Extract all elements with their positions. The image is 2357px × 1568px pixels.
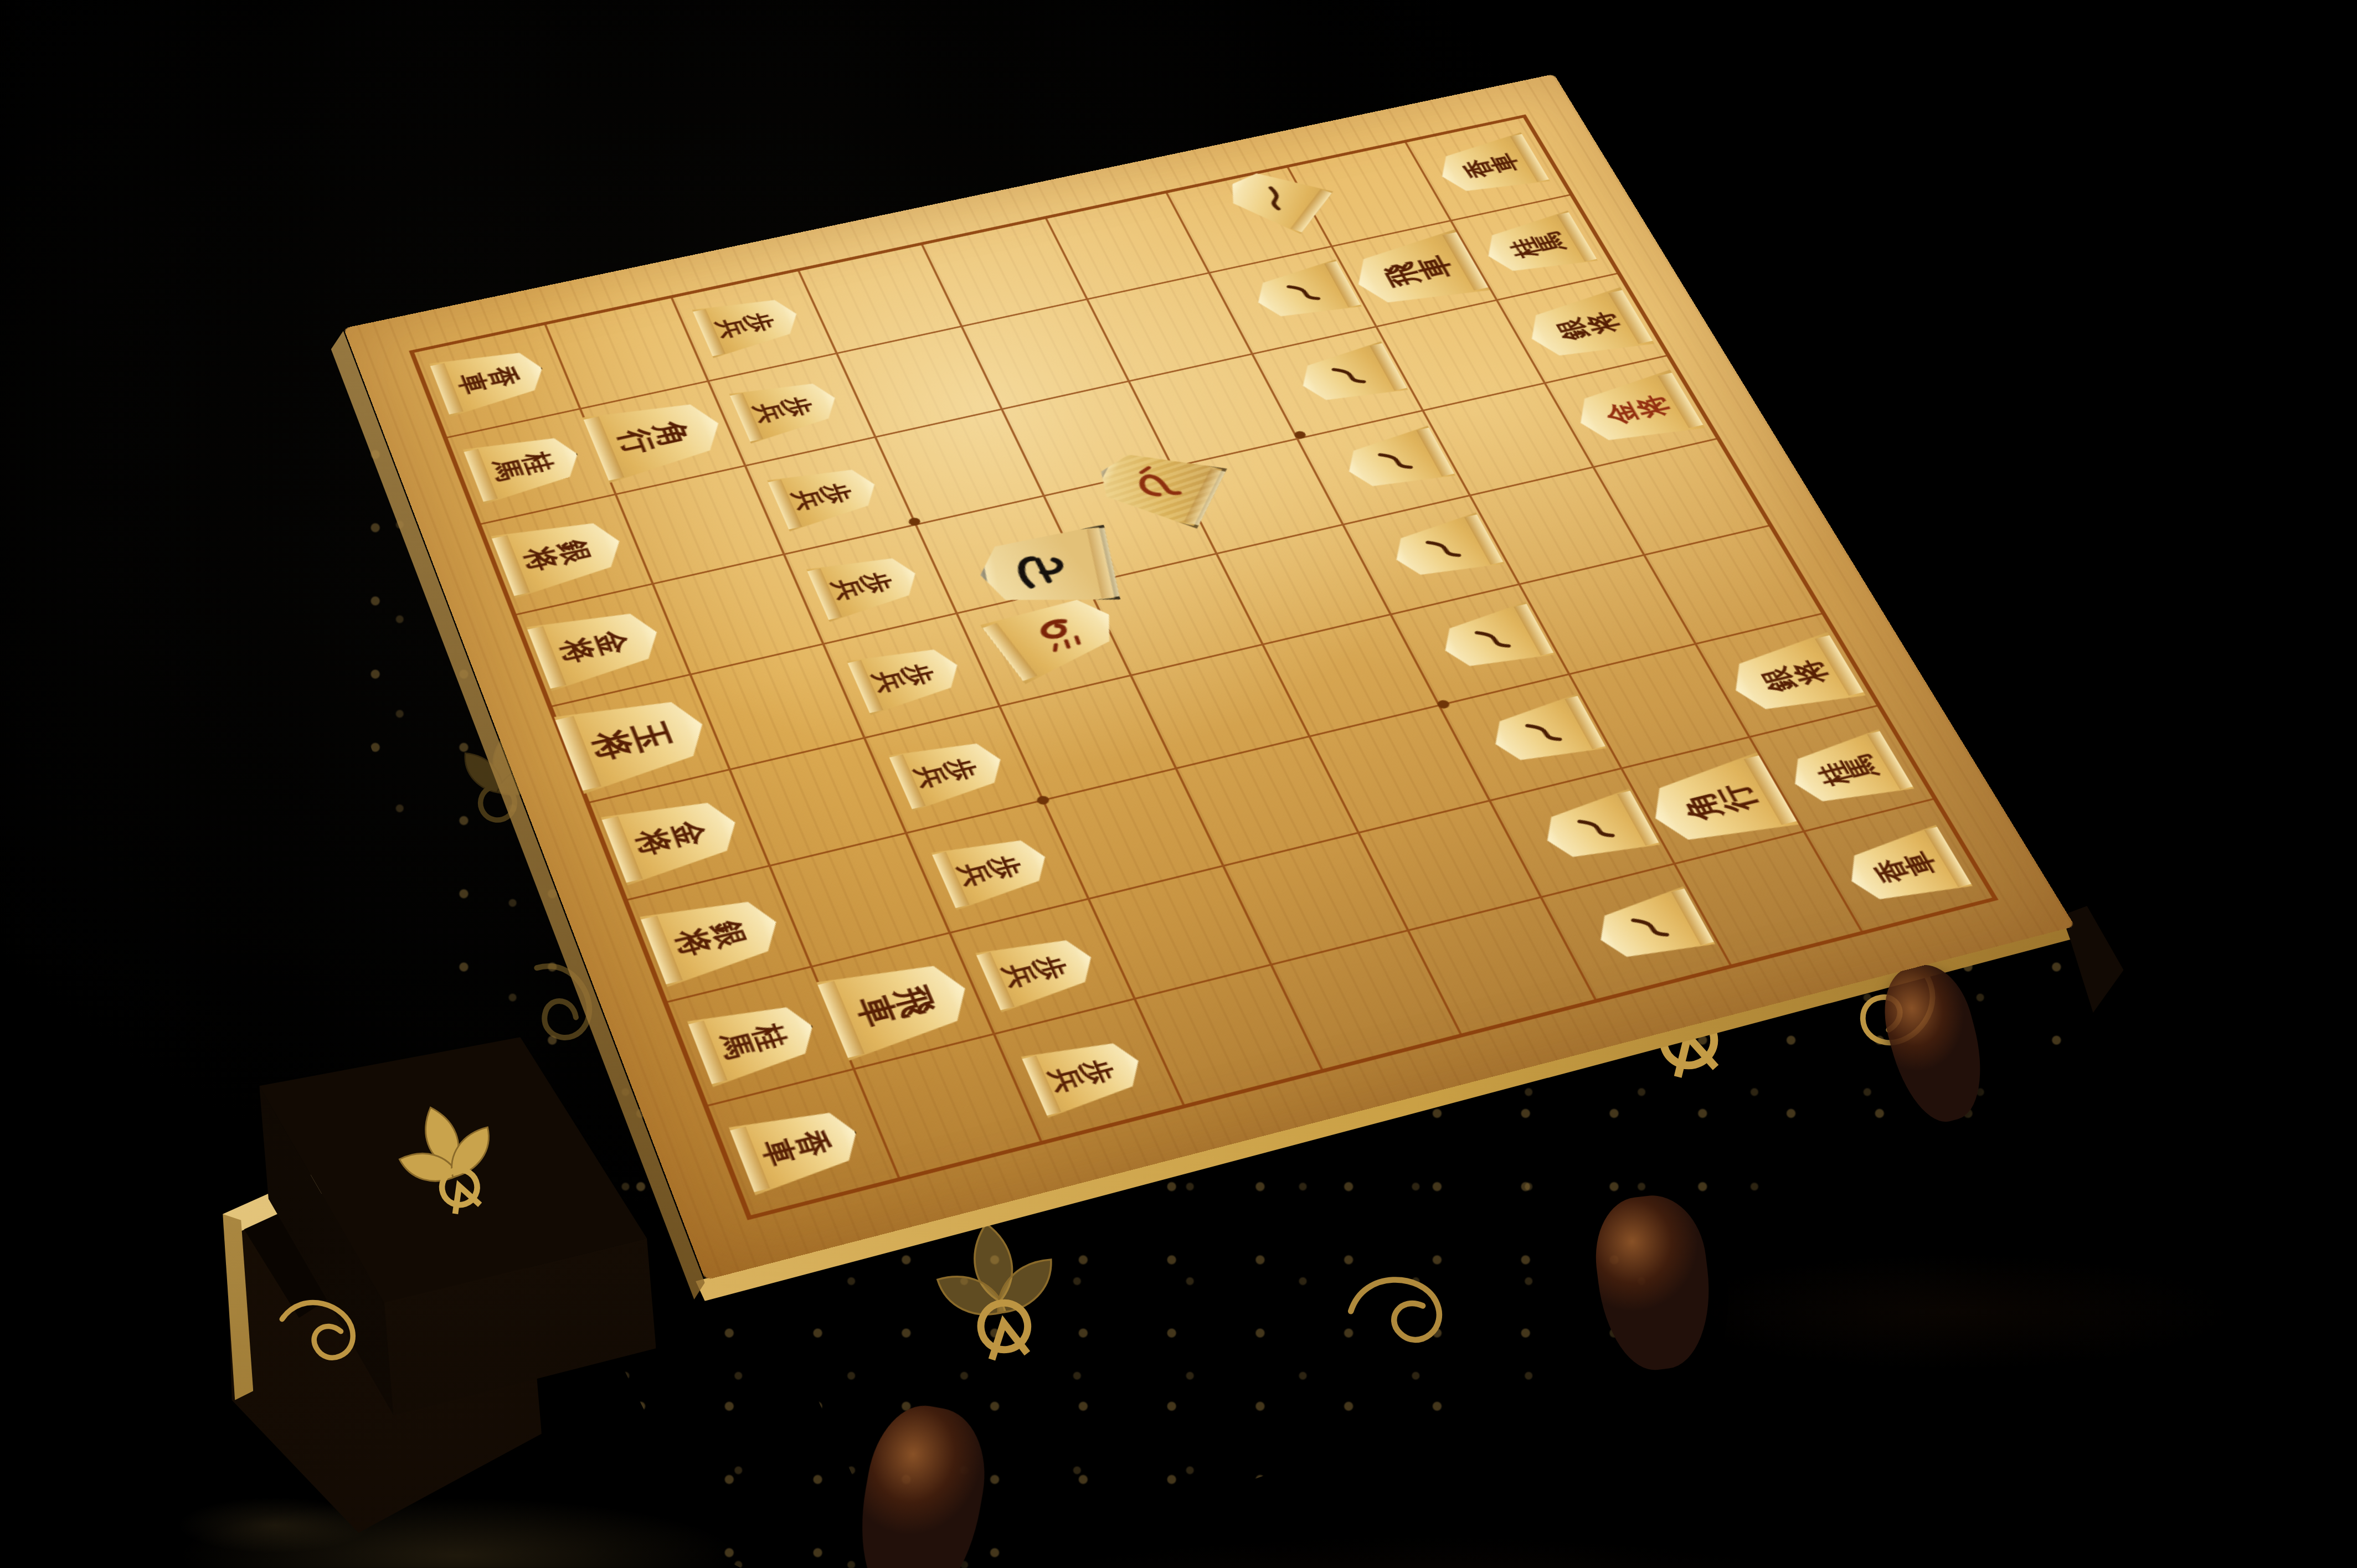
piece-kanji: 角行 bbox=[1677, 781, 1762, 823]
tokin-cursive-mark-icon bbox=[1563, 806, 1629, 850]
piece-kanji: 歩兵 bbox=[913, 755, 981, 790]
piece-kanji: 香車 bbox=[758, 1128, 833, 1168]
tokin-cursive-mark-icon bbox=[1412, 529, 1475, 569]
tokin-cursive-mark-icon bbox=[1365, 441, 1427, 481]
piece-kanji: 飛車 bbox=[852, 983, 939, 1028]
piece-kanji: 角行 bbox=[615, 419, 694, 456]
piece-kanji: 歩兵 bbox=[752, 394, 816, 424]
piece-kanji: 歩兵 bbox=[956, 853, 1026, 888]
piece-kanji: 飛車 bbox=[1380, 253, 1457, 288]
black-cursive-mark-icon bbox=[1005, 543, 1087, 594]
piece-kanji: 香車 bbox=[455, 364, 521, 395]
piece-kanji: 銀将 bbox=[672, 917, 750, 958]
stand-foot bbox=[1589, 1190, 1719, 1376]
piece-kanji: 銀将 bbox=[1757, 657, 1831, 694]
tokin-cursive-mark-icon bbox=[1274, 274, 1334, 311]
tokin-cursive-mark-icon bbox=[1511, 711, 1577, 754]
piece-kanji: 銀将 bbox=[521, 537, 594, 572]
piece-kanji: 桂馬 bbox=[1814, 752, 1885, 787]
piece-kanji: 香車 bbox=[1461, 151, 1525, 179]
piece-kanji: 桂馬 bbox=[1507, 230, 1571, 259]
piece-kanji: 歩兵 bbox=[791, 481, 856, 512]
piece-kanji: 歩兵 bbox=[830, 569, 896, 601]
stand-foot bbox=[1872, 956, 1996, 1131]
tokin-cursive-mark-icon bbox=[1617, 905, 1684, 951]
photo-stage: 香車桂馬銀将金将銀将桂馬香車飛車角行歩兵歩兵歩兵歩兵歩兵歩兵歩兵歩兵歩兵角行飛車… bbox=[0, 0, 2357, 1568]
trefoil-crest-icon bbox=[358, 1071, 545, 1259]
piece-kanji: 金将 bbox=[633, 818, 710, 857]
piece-kanji: 桂馬 bbox=[716, 1022, 790, 1060]
piece-kanji: 桂馬 bbox=[488, 450, 555, 482]
piece-kanji: 銀将 bbox=[1552, 310, 1623, 342]
piece-kanji: 玉将 bbox=[588, 718, 677, 762]
red-kao-mark-icon bbox=[1115, 458, 1198, 512]
stand-foot bbox=[847, 1397, 996, 1568]
vine-swirl-icon bbox=[263, 1267, 409, 1409]
piece-kanji: 金将 bbox=[557, 628, 631, 664]
piece-kanji: 金将 bbox=[1601, 393, 1672, 426]
piece-kanji: 歩兵 bbox=[715, 310, 778, 339]
tokin-cursive-mark-icon bbox=[1318, 357, 1379, 395]
piece-kanji: 歩兵 bbox=[1047, 1056, 1119, 1094]
piece-kanji: 香車 bbox=[1871, 848, 1943, 884]
vine-swirl-icon bbox=[1329, 1239, 1508, 1390]
tokin-cursive-mark-icon bbox=[1244, 179, 1305, 218]
piece-kanji: 歩兵 bbox=[1001, 953, 1072, 989]
trefoil-crest-icon bbox=[895, 1194, 1104, 1402]
tokin-cursive-mark-icon bbox=[1461, 618, 1525, 661]
piece-kanji: 歩兵 bbox=[871, 661, 938, 694]
